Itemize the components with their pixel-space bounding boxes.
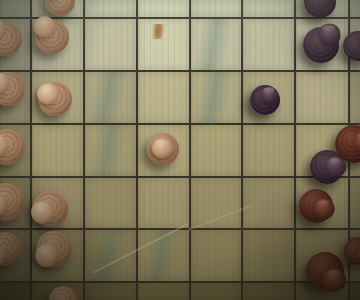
black-piece[interactable] (306, 252, 344, 290)
white-piece[interactable] (38, 82, 72, 116)
black-piece[interactable] (304, 0, 336, 18)
piece-base (49, 286, 77, 300)
white-piece[interactable] (0, 22, 22, 56)
board-photo (0, 0, 360, 300)
white-piece[interactable] (32, 191, 68, 227)
piece-base (304, 0, 336, 18)
piece-head (260, 86, 279, 105)
white-piece[interactable] (36, 231, 72, 267)
white-piece[interactable] (147, 133, 179, 165)
piece-base (45, 0, 75, 16)
piece-head (325, 156, 346, 177)
white-piece[interactable] (35, 20, 69, 54)
white-piece[interactable] (0, 129, 25, 165)
piece-head (322, 268, 346, 292)
black-piece[interactable] (250, 85, 280, 115)
piece-head (37, 83, 58, 104)
white-piece[interactable] (45, 0, 75, 16)
white-piece[interactable] (0, 183, 25, 221)
white-piece[interactable] (49, 286, 77, 300)
black-piece[interactable] (303, 27, 339, 63)
piece-head (152, 138, 172, 158)
white-piece[interactable] (0, 232, 22, 266)
black-piece[interactable] (299, 189, 333, 223)
piece-head (34, 16, 55, 37)
piece-head (313, 198, 334, 219)
pieces-layer (0, 0, 360, 300)
white-piece[interactable] (0, 72, 25, 106)
piece-base (344, 237, 360, 265)
black-piece[interactable] (344, 237, 360, 265)
black-piece[interactable] (343, 31, 360, 61)
black-piece[interactable] (310, 150, 344, 184)
